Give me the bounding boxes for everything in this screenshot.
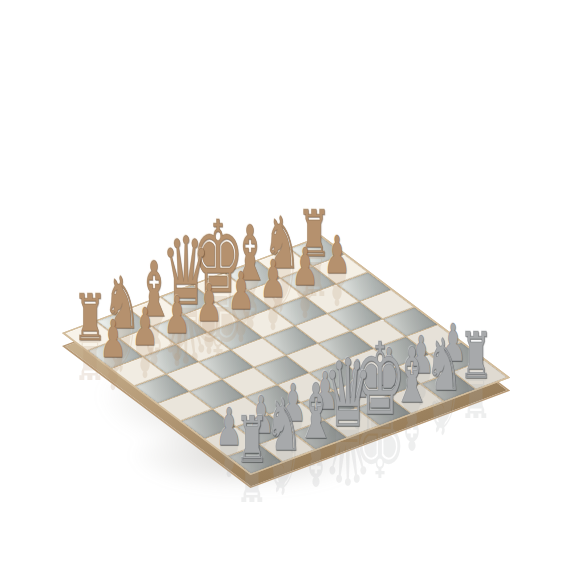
pawn-glyph: ♟ xyxy=(227,265,254,317)
product-photo: ♜♜♞♞♝♝♛♛♚♚♝♝♞♞♜♜♟♟♟♟♟♟♟♟♟♟♟♟♟♟♟♟♟♟♟♟♟♟♟♟… xyxy=(0,0,568,568)
pawn-glyph: ♟ xyxy=(131,301,158,353)
pawn-glyph: ♟ xyxy=(259,253,286,305)
pawn-glyph: ♟ xyxy=(99,313,126,365)
pawn-glyph: ♟ xyxy=(163,289,190,341)
pawn-glyph: ♟ xyxy=(195,277,222,329)
pieces-layer: ♜♜♞♞♝♝♛♛♚♚♝♝♞♞♜♜♟♟♟♟♟♟♟♟♟♟♟♟♟♟♟♟♟♟♟♟♟♟♟♟… xyxy=(0,0,568,568)
rook-glyph: ♜ xyxy=(235,408,268,472)
rook-glyph: ♜ xyxy=(459,324,492,388)
pawn-glyph: ♟ xyxy=(291,241,318,293)
knight-glyph: ♞ xyxy=(265,389,302,461)
pawn-glyph: ♟ xyxy=(323,229,350,281)
